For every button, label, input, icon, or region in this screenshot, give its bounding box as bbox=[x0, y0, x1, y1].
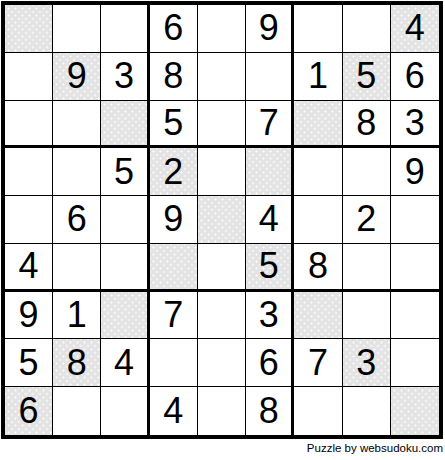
cell-r1c6: 9 bbox=[246, 5, 294, 53]
cell-r5c9[interactable] bbox=[391, 196, 439, 244]
cell-r9c8[interactable] bbox=[343, 387, 391, 435]
cell-r6c7: 8 bbox=[294, 244, 342, 292]
cell-r1c5[interactable] bbox=[198, 5, 246, 53]
cell-r6c8[interactable] bbox=[343, 244, 391, 292]
cell-r1c8[interactable] bbox=[343, 5, 391, 53]
cell-r5c1[interactable] bbox=[5, 196, 53, 244]
cell-r5c6: 4 bbox=[246, 196, 294, 244]
cell-r1c9: 4 bbox=[391, 5, 439, 53]
cell-r9c5[interactable] bbox=[198, 387, 246, 435]
attribution-text: Puzzle by websudoku.com bbox=[307, 442, 443, 454]
cell-r1c4: 6 bbox=[150, 5, 198, 53]
cell-r2c3: 3 bbox=[101, 53, 149, 101]
cell-r9c4: 4 bbox=[150, 387, 198, 435]
cell-r2c4: 8 bbox=[150, 53, 198, 101]
cell-r1c2[interactable] bbox=[53, 5, 101, 53]
cell-r3c7[interactable] bbox=[294, 101, 342, 149]
cell-r8c9[interactable] bbox=[391, 339, 439, 387]
cell-r3c6: 7 bbox=[246, 101, 294, 149]
cell-r4c7[interactable] bbox=[294, 148, 342, 196]
cell-r5c8: 2 bbox=[343, 196, 391, 244]
cell-r7c3[interactable] bbox=[101, 292, 149, 340]
cell-r5c4: 9 bbox=[150, 196, 198, 244]
cell-r8c7: 7 bbox=[294, 339, 342, 387]
cell-r2c5[interactable] bbox=[198, 53, 246, 101]
cell-r8c5[interactable] bbox=[198, 339, 246, 387]
cell-r2c1[interactable] bbox=[5, 53, 53, 101]
cell-r6c1: 4 bbox=[5, 244, 53, 292]
cell-r9c7[interactable] bbox=[294, 387, 342, 435]
cell-r6c3[interactable] bbox=[101, 244, 149, 292]
cell-r7c7[interactable] bbox=[294, 292, 342, 340]
cell-r3c2[interactable] bbox=[53, 101, 101, 149]
cell-r1c1[interactable] bbox=[5, 5, 53, 53]
cell-r2c6[interactable] bbox=[246, 53, 294, 101]
cell-r9c9[interactable] bbox=[391, 387, 439, 435]
cell-r5c5[interactable] bbox=[198, 196, 246, 244]
cell-r6c4[interactable] bbox=[150, 244, 198, 292]
cell-r1c3[interactable] bbox=[101, 5, 149, 53]
cell-r3c1[interactable] bbox=[5, 101, 53, 149]
cell-r4c3: 5 bbox=[101, 148, 149, 196]
cell-r9c1: 6 bbox=[5, 387, 53, 435]
cell-r3c8: 8 bbox=[343, 101, 391, 149]
cell-r4c8[interactable] bbox=[343, 148, 391, 196]
cell-r7c6: 3 bbox=[246, 292, 294, 340]
cell-r7c2: 1 bbox=[53, 292, 101, 340]
cell-r6c2[interactable] bbox=[53, 244, 101, 292]
cell-r1c7[interactable] bbox=[294, 5, 342, 53]
cell-r6c6: 5 bbox=[246, 244, 294, 292]
cell-r7c1: 9 bbox=[5, 292, 53, 340]
cell-r3c3[interactable] bbox=[101, 101, 149, 149]
cell-r6c9[interactable] bbox=[391, 244, 439, 292]
cell-r4c1[interactable] bbox=[5, 148, 53, 196]
cell-r2c2: 9 bbox=[53, 53, 101, 101]
cell-r5c3[interactable] bbox=[101, 196, 149, 244]
cell-r8c4[interactable] bbox=[150, 339, 198, 387]
cell-r8c1: 5 bbox=[5, 339, 53, 387]
cell-r2c9: 6 bbox=[391, 53, 439, 101]
cell-r3c4: 5 bbox=[150, 101, 198, 149]
cell-r7c9[interactable] bbox=[391, 292, 439, 340]
sudoku-page: 694938156578352969424589173584673648 Puz… bbox=[0, 0, 445, 460]
cell-r7c4: 7 bbox=[150, 292, 198, 340]
cell-r2c7: 1 bbox=[294, 53, 342, 101]
cell-r2c8: 5 bbox=[343, 53, 391, 101]
cell-r4c4: 2 bbox=[150, 148, 198, 196]
cell-r8c3: 4 bbox=[101, 339, 149, 387]
cell-r7c5[interactable] bbox=[198, 292, 246, 340]
cell-r7c8[interactable] bbox=[343, 292, 391, 340]
cell-r8c6: 6 bbox=[246, 339, 294, 387]
cell-r4c9: 9 bbox=[391, 148, 439, 196]
cell-r6c5[interactable] bbox=[198, 244, 246, 292]
cell-r3c5[interactable] bbox=[198, 101, 246, 149]
cell-r5c2: 6 bbox=[53, 196, 101, 244]
cell-r4c2[interactable] bbox=[53, 148, 101, 196]
sudoku-board: 694938156578352969424589173584673648 bbox=[1, 1, 443, 439]
cell-r9c3[interactable] bbox=[101, 387, 149, 435]
cell-r5c7[interactable] bbox=[294, 196, 342, 244]
cell-r8c2: 8 bbox=[53, 339, 101, 387]
cell-r8c8: 3 bbox=[343, 339, 391, 387]
cell-r3c9: 3 bbox=[391, 101, 439, 149]
cell-r4c5[interactable] bbox=[198, 148, 246, 196]
cell-r9c6: 8 bbox=[246, 387, 294, 435]
cell-r9c2[interactable] bbox=[53, 387, 101, 435]
cell-r4c6[interactable] bbox=[246, 148, 294, 196]
